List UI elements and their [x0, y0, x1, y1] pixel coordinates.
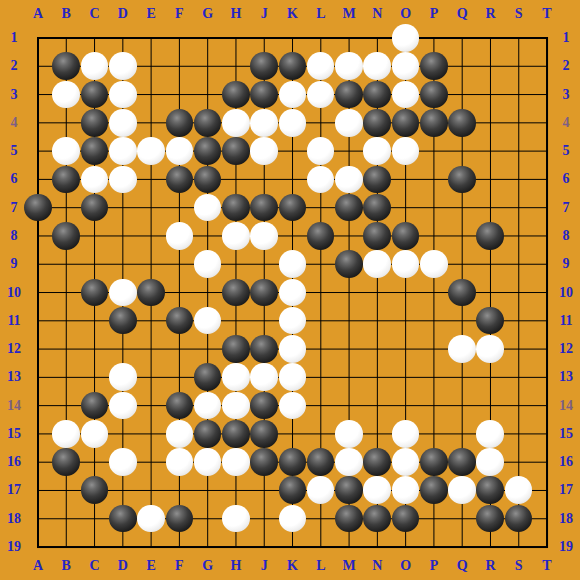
point-G15[interactable] — [193, 420, 221, 448]
point-T10[interactable] — [533, 278, 561, 306]
point-B6[interactable] — [52, 165, 80, 193]
point-T6[interactable] — [533, 165, 561, 193]
point-B12[interactable] — [52, 335, 80, 363]
point-Q5[interactable] — [448, 137, 476, 165]
point-L6[interactable] — [307, 165, 335, 193]
point-Q10[interactable] — [448, 278, 476, 306]
point-G9[interactable] — [193, 250, 221, 278]
point-M19[interactable] — [335, 533, 363, 561]
point-O4[interactable] — [391, 109, 419, 137]
point-J6[interactable] — [250, 165, 278, 193]
point-S12[interactable] — [504, 335, 532, 363]
point-T12[interactable] — [533, 335, 561, 363]
point-E11[interactable] — [137, 307, 165, 335]
point-C13[interactable] — [80, 363, 108, 391]
point-F12[interactable] — [165, 335, 193, 363]
point-T17[interactable] — [533, 476, 561, 504]
point-P10[interactable] — [420, 278, 448, 306]
point-N16[interactable] — [363, 448, 391, 476]
point-F15[interactable] — [165, 420, 193, 448]
point-K18[interactable] — [278, 504, 306, 532]
point-D11[interactable] — [109, 307, 137, 335]
point-Q4[interactable] — [448, 109, 476, 137]
point-A10[interactable] — [24, 278, 52, 306]
point-F7[interactable] — [165, 193, 193, 221]
point-F5[interactable] — [165, 137, 193, 165]
point-N3[interactable] — [363, 80, 391, 108]
point-G14[interactable] — [193, 391, 221, 419]
point-S9[interactable] — [504, 250, 532, 278]
point-P13[interactable] — [420, 363, 448, 391]
point-N10[interactable] — [363, 278, 391, 306]
point-Q16[interactable] — [448, 448, 476, 476]
point-P5[interactable] — [420, 137, 448, 165]
point-O2[interactable] — [391, 52, 419, 80]
point-K13[interactable] — [278, 363, 306, 391]
point-S3[interactable] — [504, 80, 532, 108]
point-T18[interactable] — [533, 504, 561, 532]
point-O10[interactable] — [391, 278, 419, 306]
point-O8[interactable] — [391, 222, 419, 250]
point-K16[interactable] — [278, 448, 306, 476]
point-A1[interactable] — [24, 24, 52, 52]
point-B10[interactable] — [52, 278, 80, 306]
point-L5[interactable] — [307, 137, 335, 165]
point-J17[interactable] — [250, 476, 278, 504]
point-S18[interactable] — [504, 504, 532, 532]
point-T19[interactable] — [533, 533, 561, 561]
point-C11[interactable] — [80, 307, 108, 335]
point-G13[interactable] — [193, 363, 221, 391]
point-L19[interactable] — [307, 533, 335, 561]
point-A16[interactable] — [24, 448, 52, 476]
point-G1[interactable] — [193, 24, 221, 52]
point-M2[interactable] — [335, 52, 363, 80]
point-B5[interactable] — [52, 137, 80, 165]
point-C6[interactable] — [80, 165, 108, 193]
point-O15[interactable] — [391, 420, 419, 448]
point-T1[interactable] — [533, 24, 561, 52]
point-C2[interactable] — [80, 52, 108, 80]
point-H17[interactable] — [222, 476, 250, 504]
point-C16[interactable] — [80, 448, 108, 476]
point-H3[interactable] — [222, 80, 250, 108]
point-K19[interactable] — [278, 533, 306, 561]
point-H12[interactable] — [222, 335, 250, 363]
point-T15[interactable] — [533, 420, 561, 448]
point-E4[interactable] — [137, 109, 165, 137]
point-M13[interactable] — [335, 363, 363, 391]
point-C17[interactable] — [80, 476, 108, 504]
point-J1[interactable] — [250, 24, 278, 52]
point-R2[interactable] — [476, 52, 504, 80]
point-H13[interactable] — [222, 363, 250, 391]
point-J15[interactable] — [250, 420, 278, 448]
point-F2[interactable] — [165, 52, 193, 80]
point-C8[interactable] — [80, 222, 108, 250]
point-F9[interactable] — [165, 250, 193, 278]
point-A13[interactable] — [24, 363, 52, 391]
point-F10[interactable] — [165, 278, 193, 306]
point-J10[interactable] — [250, 278, 278, 306]
point-T7[interactable] — [533, 193, 561, 221]
point-Q9[interactable] — [448, 250, 476, 278]
point-K17[interactable] — [278, 476, 306, 504]
point-K6[interactable] — [278, 165, 306, 193]
point-E6[interactable] — [137, 165, 165, 193]
point-S14[interactable] — [504, 391, 532, 419]
point-L4[interactable] — [307, 109, 335, 137]
point-N15[interactable] — [363, 420, 391, 448]
point-A9[interactable] — [24, 250, 52, 278]
point-T14[interactable] — [533, 391, 561, 419]
point-H5[interactable] — [222, 137, 250, 165]
point-C4[interactable] — [80, 109, 108, 137]
point-F4[interactable] — [165, 109, 193, 137]
point-A2[interactable] — [24, 52, 52, 80]
point-H19[interactable] — [222, 533, 250, 561]
point-J14[interactable] — [250, 391, 278, 419]
point-E3[interactable] — [137, 80, 165, 108]
point-F8[interactable] — [165, 222, 193, 250]
point-N1[interactable] — [363, 24, 391, 52]
point-L10[interactable] — [307, 278, 335, 306]
point-F19[interactable] — [165, 533, 193, 561]
point-N2[interactable] — [363, 52, 391, 80]
point-Q6[interactable] — [448, 165, 476, 193]
point-O12[interactable] — [391, 335, 419, 363]
point-A18[interactable] — [24, 504, 52, 532]
point-O18[interactable] — [391, 504, 419, 532]
point-J11[interactable] — [250, 307, 278, 335]
point-E15[interactable] — [137, 420, 165, 448]
point-T2[interactable] — [533, 52, 561, 80]
point-K9[interactable] — [278, 250, 306, 278]
point-L11[interactable] — [307, 307, 335, 335]
point-T11[interactable] — [533, 307, 561, 335]
point-H8[interactable] — [222, 222, 250, 250]
point-A17[interactable] — [24, 476, 52, 504]
point-Q14[interactable] — [448, 391, 476, 419]
point-A11[interactable] — [24, 307, 52, 335]
point-L16[interactable] — [307, 448, 335, 476]
point-L3[interactable] — [307, 80, 335, 108]
point-T8[interactable] — [533, 222, 561, 250]
point-Q1[interactable] — [448, 24, 476, 52]
point-H15[interactable] — [222, 420, 250, 448]
point-G6[interactable] — [193, 165, 221, 193]
point-C19[interactable] — [80, 533, 108, 561]
point-M1[interactable] — [335, 24, 363, 52]
point-Q17[interactable] — [448, 476, 476, 504]
point-K5[interactable] — [278, 137, 306, 165]
point-K8[interactable] — [278, 222, 306, 250]
point-H14[interactable] — [222, 391, 250, 419]
point-E17[interactable] — [137, 476, 165, 504]
point-Q11[interactable] — [448, 307, 476, 335]
point-C10[interactable] — [80, 278, 108, 306]
point-L14[interactable] — [307, 391, 335, 419]
point-B18[interactable] — [52, 504, 80, 532]
point-E2[interactable] — [137, 52, 165, 80]
point-F3[interactable] — [165, 80, 193, 108]
point-D7[interactable] — [109, 193, 137, 221]
point-A12[interactable] — [24, 335, 52, 363]
point-P12[interactable] — [420, 335, 448, 363]
point-P11[interactable] — [420, 307, 448, 335]
point-L9[interactable] — [307, 250, 335, 278]
point-J16[interactable] — [250, 448, 278, 476]
point-N18[interactable] — [363, 504, 391, 532]
point-S5[interactable] — [504, 137, 532, 165]
point-M11[interactable] — [335, 307, 363, 335]
point-A14[interactable] — [24, 391, 52, 419]
point-F18[interactable] — [165, 504, 193, 532]
point-S7[interactable] — [504, 193, 532, 221]
point-J4[interactable] — [250, 109, 278, 137]
point-S16[interactable] — [504, 448, 532, 476]
point-O17[interactable] — [391, 476, 419, 504]
point-C1[interactable] — [80, 24, 108, 52]
point-S17[interactable] — [504, 476, 532, 504]
point-R17[interactable] — [476, 476, 504, 504]
point-G3[interactable] — [193, 80, 221, 108]
point-D15[interactable] — [109, 420, 137, 448]
point-M3[interactable] — [335, 80, 363, 108]
point-A5[interactable] — [24, 137, 52, 165]
point-F1[interactable] — [165, 24, 193, 52]
point-J7[interactable] — [250, 193, 278, 221]
point-A19[interactable] — [24, 533, 52, 561]
point-M9[interactable] — [335, 250, 363, 278]
point-G10[interactable] — [193, 278, 221, 306]
point-K11[interactable] — [278, 307, 306, 335]
point-S10[interactable] — [504, 278, 532, 306]
point-N9[interactable] — [363, 250, 391, 278]
point-R3[interactable] — [476, 80, 504, 108]
point-T5[interactable] — [533, 137, 561, 165]
point-R15[interactable] — [476, 420, 504, 448]
point-P6[interactable] — [420, 165, 448, 193]
point-P1[interactable] — [420, 24, 448, 52]
point-C14[interactable] — [80, 391, 108, 419]
point-G18[interactable] — [193, 504, 221, 532]
point-J13[interactable] — [250, 363, 278, 391]
point-J3[interactable] — [250, 80, 278, 108]
point-L13[interactable] — [307, 363, 335, 391]
point-H6[interactable] — [222, 165, 250, 193]
point-H2[interactable] — [222, 52, 250, 80]
point-C3[interactable] — [80, 80, 108, 108]
point-N6[interactable] — [363, 165, 391, 193]
point-F16[interactable] — [165, 448, 193, 476]
point-H1[interactable] — [222, 24, 250, 52]
point-L8[interactable] — [307, 222, 335, 250]
point-E16[interactable] — [137, 448, 165, 476]
point-S2[interactable] — [504, 52, 532, 80]
point-Q8[interactable] — [448, 222, 476, 250]
point-D17[interactable] — [109, 476, 137, 504]
point-T4[interactable] — [533, 109, 561, 137]
point-B9[interactable] — [52, 250, 80, 278]
point-D1[interactable] — [109, 24, 137, 52]
point-R13[interactable] — [476, 363, 504, 391]
point-D2[interactable] — [109, 52, 137, 80]
point-K4[interactable] — [278, 109, 306, 137]
point-F11[interactable] — [165, 307, 193, 335]
point-G2[interactable] — [193, 52, 221, 80]
point-B13[interactable] — [52, 363, 80, 391]
point-F6[interactable] — [165, 165, 193, 193]
point-M7[interactable] — [335, 193, 363, 221]
point-N4[interactable] — [363, 109, 391, 137]
point-E8[interactable] — [137, 222, 165, 250]
point-H11[interactable] — [222, 307, 250, 335]
point-R10[interactable] — [476, 278, 504, 306]
point-P19[interactable] — [420, 533, 448, 561]
point-S13[interactable] — [504, 363, 532, 391]
point-K2[interactable] — [278, 52, 306, 80]
point-E12[interactable] — [137, 335, 165, 363]
point-J5[interactable] — [250, 137, 278, 165]
point-H7[interactable] — [222, 193, 250, 221]
point-E19[interactable] — [137, 533, 165, 561]
point-H18[interactable] — [222, 504, 250, 532]
point-M15[interactable] — [335, 420, 363, 448]
point-B4[interactable] — [52, 109, 80, 137]
point-R18[interactable] — [476, 504, 504, 532]
point-A7[interactable] — [24, 193, 52, 221]
point-R11[interactable] — [476, 307, 504, 335]
point-N5[interactable] — [363, 137, 391, 165]
point-F17[interactable] — [165, 476, 193, 504]
point-R7[interactable] — [476, 193, 504, 221]
point-M8[interactable] — [335, 222, 363, 250]
point-D19[interactable] — [109, 533, 137, 561]
point-G16[interactable] — [193, 448, 221, 476]
point-A8[interactable] — [24, 222, 52, 250]
point-C15[interactable] — [80, 420, 108, 448]
point-G19[interactable] — [193, 533, 221, 561]
point-O14[interactable] — [391, 391, 419, 419]
point-M6[interactable] — [335, 165, 363, 193]
point-R14[interactable] — [476, 391, 504, 419]
point-B15[interactable] — [52, 420, 80, 448]
point-R9[interactable] — [476, 250, 504, 278]
point-M16[interactable] — [335, 448, 363, 476]
point-R16[interactable] — [476, 448, 504, 476]
point-S1[interactable] — [504, 24, 532, 52]
point-M18[interactable] — [335, 504, 363, 532]
point-L1[interactable] — [307, 24, 335, 52]
point-R19[interactable] — [476, 533, 504, 561]
point-S4[interactable] — [504, 109, 532, 137]
point-N11[interactable] — [363, 307, 391, 335]
point-M10[interactable] — [335, 278, 363, 306]
point-O7[interactable] — [391, 193, 419, 221]
point-R8[interactable] — [476, 222, 504, 250]
point-P16[interactable] — [420, 448, 448, 476]
point-T16[interactable] — [533, 448, 561, 476]
point-J19[interactable] — [250, 533, 278, 561]
point-D14[interactable] — [109, 391, 137, 419]
point-O11[interactable] — [391, 307, 419, 335]
point-G7[interactable] — [193, 193, 221, 221]
point-G11[interactable] — [193, 307, 221, 335]
point-D9[interactable] — [109, 250, 137, 278]
point-F14[interactable] — [165, 391, 193, 419]
point-D8[interactable] — [109, 222, 137, 250]
point-R5[interactable] — [476, 137, 504, 165]
point-D13[interactable] — [109, 363, 137, 391]
point-O13[interactable] — [391, 363, 419, 391]
point-D16[interactable] — [109, 448, 137, 476]
point-B1[interactable] — [52, 24, 80, 52]
point-B17[interactable] — [52, 476, 80, 504]
point-L2[interactable] — [307, 52, 335, 80]
point-S19[interactable] — [504, 533, 532, 561]
point-R12[interactable] — [476, 335, 504, 363]
point-E10[interactable] — [137, 278, 165, 306]
point-O9[interactable] — [391, 250, 419, 278]
point-K7[interactable] — [278, 193, 306, 221]
point-Q3[interactable] — [448, 80, 476, 108]
point-S15[interactable] — [504, 420, 532, 448]
point-R1[interactable] — [476, 24, 504, 52]
point-O1[interactable] — [391, 24, 419, 52]
point-J8[interactable] — [250, 222, 278, 250]
point-A15[interactable] — [24, 420, 52, 448]
point-A3[interactable] — [24, 80, 52, 108]
point-Q15[interactable] — [448, 420, 476, 448]
point-B11[interactable] — [52, 307, 80, 335]
point-N7[interactable] — [363, 193, 391, 221]
point-A6[interactable] — [24, 165, 52, 193]
point-G4[interactable] — [193, 109, 221, 137]
point-D18[interactable] — [109, 504, 137, 532]
point-K1[interactable] — [278, 24, 306, 52]
point-H10[interactable] — [222, 278, 250, 306]
point-G5[interactable] — [193, 137, 221, 165]
point-M12[interactable] — [335, 335, 363, 363]
point-G17[interactable] — [193, 476, 221, 504]
point-K3[interactable] — [278, 80, 306, 108]
point-P17[interactable] — [420, 476, 448, 504]
point-L17[interactable] — [307, 476, 335, 504]
point-P3[interactable] — [420, 80, 448, 108]
point-B14[interactable] — [52, 391, 80, 419]
point-J9[interactable] — [250, 250, 278, 278]
point-C5[interactable] — [80, 137, 108, 165]
point-K14[interactable] — [278, 391, 306, 419]
point-E18[interactable] — [137, 504, 165, 532]
point-J12[interactable] — [250, 335, 278, 363]
point-C9[interactable] — [80, 250, 108, 278]
point-S6[interactable] — [504, 165, 532, 193]
point-B8[interactable] — [52, 222, 80, 250]
point-R6[interactable] — [476, 165, 504, 193]
point-P4[interactable] — [420, 109, 448, 137]
point-G8[interactable] — [193, 222, 221, 250]
point-Q12[interactable] — [448, 335, 476, 363]
point-K15[interactable] — [278, 420, 306, 448]
point-B3[interactable] — [52, 80, 80, 108]
point-C7[interactable] — [80, 193, 108, 221]
point-C12[interactable] — [80, 335, 108, 363]
point-D5[interactable] — [109, 137, 137, 165]
point-G12[interactable] — [193, 335, 221, 363]
point-A4[interactable] — [24, 109, 52, 137]
